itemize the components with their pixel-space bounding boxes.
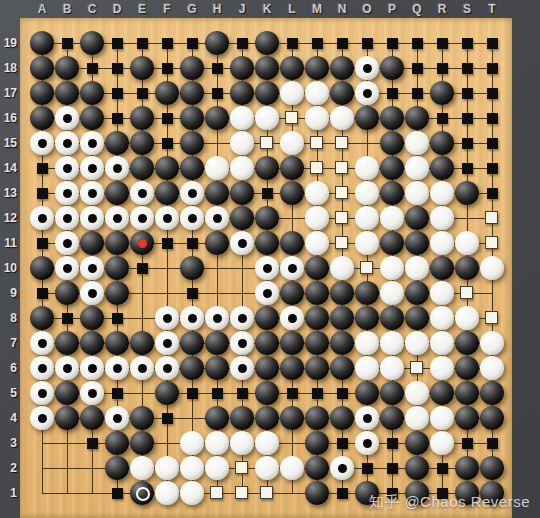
- intersection-H12[interactable]: [205, 206, 230, 231]
- intersection-L10[interactable]: [280, 256, 305, 281]
- intersection-B19[interactable]: [55, 31, 80, 56]
- intersection-B18[interactable]: [55, 56, 80, 81]
- intersection-D1[interactable]: [105, 481, 130, 506]
- intersection-S9[interactable]: [455, 281, 480, 306]
- intersection-G18[interactable]: [180, 56, 205, 81]
- intersection-M12[interactable]: [305, 206, 330, 231]
- intersection-H15[interactable]: [205, 131, 230, 156]
- intersection-D4[interactable]: [105, 406, 130, 431]
- intersection-R16[interactable]: [430, 106, 455, 131]
- intersection-B14[interactable]: [55, 156, 80, 181]
- intersection-J4[interactable]: [230, 406, 255, 431]
- intersection-J6[interactable]: [230, 356, 255, 381]
- intersection-P13[interactable]: [380, 181, 405, 206]
- intersection-H4[interactable]: [205, 406, 230, 431]
- intersection-M16[interactable]: [305, 106, 330, 131]
- intersection-N4[interactable]: [330, 406, 355, 431]
- intersection-C2[interactable]: [80, 456, 105, 481]
- intersection-C10[interactable]: [80, 256, 105, 281]
- intersection-S2[interactable]: [455, 456, 480, 481]
- intersection-N11[interactable]: [330, 231, 355, 256]
- intersection-O5[interactable]: [355, 381, 380, 406]
- intersection-F14[interactable]: [155, 156, 180, 181]
- intersection-M19[interactable]: [305, 31, 330, 56]
- intersection-B7[interactable]: [55, 331, 80, 356]
- intersection-J11[interactable]: [230, 231, 255, 256]
- intersection-Q14[interactable]: [405, 156, 430, 181]
- intersection-M1[interactable]: [305, 481, 330, 506]
- intersection-P12[interactable]: [380, 206, 405, 231]
- intersection-D10[interactable]: [105, 256, 130, 281]
- intersection-R9[interactable]: [430, 281, 455, 306]
- intersection-T16[interactable]: [480, 106, 505, 131]
- intersection-S13[interactable]: [455, 181, 480, 206]
- intersection-T4[interactable]: [480, 406, 505, 431]
- intersection-A12[interactable]: [30, 206, 55, 231]
- intersection-T15[interactable]: [480, 131, 505, 156]
- intersection-J8[interactable]: [230, 306, 255, 331]
- intersection-F5[interactable]: [155, 381, 180, 406]
- intersection-N2[interactable]: [330, 456, 355, 481]
- intersection-T18[interactable]: [480, 56, 505, 81]
- intersection-G9[interactable]: [180, 281, 205, 306]
- intersection-G14[interactable]: [180, 156, 205, 181]
- intersection-N14[interactable]: [330, 156, 355, 181]
- intersection-K9[interactable]: [255, 281, 280, 306]
- intersection-F19[interactable]: [155, 31, 180, 56]
- intersection-T11[interactable]: [480, 231, 505, 256]
- intersection-P7[interactable]: [380, 331, 405, 356]
- intersection-H2[interactable]: [205, 456, 230, 481]
- intersection-O11[interactable]: [355, 231, 380, 256]
- intersection-J3[interactable]: [230, 431, 255, 456]
- intersection-B13[interactable]: [55, 181, 80, 206]
- intersection-H19[interactable]: [205, 31, 230, 56]
- intersection-A10[interactable]: [30, 256, 55, 281]
- intersection-R11[interactable]: [430, 231, 455, 256]
- intersection-M17[interactable]: [305, 81, 330, 106]
- intersection-L11[interactable]: [280, 231, 305, 256]
- intersection-D17[interactable]: [105, 81, 130, 106]
- intersection-L5[interactable]: [280, 381, 305, 406]
- intersection-L18[interactable]: [280, 56, 305, 81]
- intersection-K16[interactable]: [255, 106, 280, 131]
- intersection-M14[interactable]: [305, 156, 330, 181]
- intersection-K15[interactable]: [255, 131, 280, 156]
- intersection-K1[interactable]: [255, 481, 280, 506]
- intersection-M7[interactable]: [305, 331, 330, 356]
- intersection-R3[interactable]: [430, 431, 455, 456]
- intersection-M18[interactable]: [305, 56, 330, 81]
- intersection-H6[interactable]: [205, 356, 230, 381]
- intersection-D9[interactable]: [105, 281, 130, 306]
- intersection-Q12[interactable]: [405, 206, 430, 231]
- intersection-O7[interactable]: [355, 331, 380, 356]
- intersection-Q18[interactable]: [405, 56, 430, 81]
- intersection-M4[interactable]: [305, 406, 330, 431]
- intersection-S7[interactable]: [455, 331, 480, 356]
- intersection-L3[interactable]: [280, 431, 305, 456]
- intersection-Q10[interactable]: [405, 256, 430, 281]
- intersection-Q16[interactable]: [405, 106, 430, 131]
- intersection-K5[interactable]: [255, 381, 280, 406]
- intersection-O12[interactable]: [355, 206, 380, 231]
- intersection-O17[interactable]: [355, 81, 380, 106]
- intersection-H1[interactable]: [205, 481, 230, 506]
- intersection-E11[interactable]: [130, 231, 155, 256]
- intersection-D12[interactable]: [105, 206, 130, 231]
- intersection-E10[interactable]: [130, 256, 155, 281]
- intersection-C13[interactable]: [80, 181, 105, 206]
- intersection-C19[interactable]: [80, 31, 105, 56]
- intersection-E18[interactable]: [130, 56, 155, 81]
- intersection-K4[interactable]: [255, 406, 280, 431]
- intersection-J9[interactable]: [230, 281, 255, 306]
- intersection-Q9[interactable]: [405, 281, 430, 306]
- intersection-H9[interactable]: [205, 281, 230, 306]
- intersection-K13[interactable]: [255, 181, 280, 206]
- intersection-K8[interactable]: [255, 306, 280, 331]
- intersection-D8[interactable]: [105, 306, 130, 331]
- intersection-L8[interactable]: [280, 306, 305, 331]
- intersection-L13[interactable]: [280, 181, 305, 206]
- intersection-G2[interactable]: [180, 456, 205, 481]
- intersection-B6[interactable]: [55, 356, 80, 381]
- intersection-K19[interactable]: [255, 31, 280, 56]
- intersection-F4[interactable]: [155, 406, 180, 431]
- intersection-P16[interactable]: [380, 106, 405, 131]
- intersection-G1[interactable]: [180, 481, 205, 506]
- intersection-R2[interactable]: [430, 456, 455, 481]
- intersection-N19[interactable]: [330, 31, 355, 56]
- intersection-C7[interactable]: [80, 331, 105, 356]
- intersection-A18[interactable]: [30, 56, 55, 81]
- intersection-E19[interactable]: [130, 31, 155, 56]
- intersection-O10[interactable]: [355, 256, 380, 281]
- intersection-C3[interactable]: [80, 431, 105, 456]
- intersection-H3[interactable]: [205, 431, 230, 456]
- intersection-F9[interactable]: [155, 281, 180, 306]
- intersection-C9[interactable]: [80, 281, 105, 306]
- intersection-K2[interactable]: [255, 456, 280, 481]
- intersection-T2[interactable]: [480, 456, 505, 481]
- intersection-S16[interactable]: [455, 106, 480, 131]
- intersection-H7[interactable]: [205, 331, 230, 356]
- intersection-L1[interactable]: [280, 481, 305, 506]
- intersection-A19[interactable]: [30, 31, 55, 56]
- intersection-A5[interactable]: [30, 381, 55, 406]
- intersection-S5[interactable]: [455, 381, 480, 406]
- intersection-F10[interactable]: [155, 256, 180, 281]
- intersection-B2[interactable]: [55, 456, 80, 481]
- intersection-B11[interactable]: [55, 231, 80, 256]
- intersection-H10[interactable]: [205, 256, 230, 281]
- intersection-C5[interactable]: [80, 381, 105, 406]
- intersection-D14[interactable]: [105, 156, 130, 181]
- intersection-N18[interactable]: [330, 56, 355, 81]
- intersection-H16[interactable]: [205, 106, 230, 131]
- intersection-A2[interactable]: [30, 456, 55, 481]
- intersection-C16[interactable]: [80, 106, 105, 131]
- intersection-D19[interactable]: [105, 31, 130, 56]
- intersection-G19[interactable]: [180, 31, 205, 56]
- intersection-R6[interactable]: [430, 356, 455, 381]
- intersection-O15[interactable]: [355, 131, 380, 156]
- intersection-K10[interactable]: [255, 256, 280, 281]
- intersection-K18[interactable]: [255, 56, 280, 81]
- intersection-T8[interactable]: [480, 306, 505, 331]
- intersection-C6[interactable]: [80, 356, 105, 381]
- intersection-Q3[interactable]: [405, 431, 430, 456]
- intersection-L12[interactable]: [280, 206, 305, 231]
- intersection-O8[interactable]: [355, 306, 380, 331]
- intersection-C11[interactable]: [80, 231, 105, 256]
- intersection-G16[interactable]: [180, 106, 205, 131]
- intersection-O4[interactable]: [355, 406, 380, 431]
- intersection-P15[interactable]: [380, 131, 405, 156]
- intersection-C12[interactable]: [80, 206, 105, 231]
- intersection-F8[interactable]: [155, 306, 180, 331]
- intersection-T13[interactable]: [480, 181, 505, 206]
- intersection-B5[interactable]: [55, 381, 80, 406]
- intersection-O3[interactable]: [355, 431, 380, 456]
- intersection-M15[interactable]: [305, 131, 330, 156]
- intersection-N8[interactable]: [330, 306, 355, 331]
- intersection-B12[interactable]: [55, 206, 80, 231]
- intersection-R18[interactable]: [430, 56, 455, 81]
- intersection-D11[interactable]: [105, 231, 130, 256]
- intersection-Q13[interactable]: [405, 181, 430, 206]
- intersection-B8[interactable]: [55, 306, 80, 331]
- intersection-T19[interactable]: [480, 31, 505, 56]
- intersection-R7[interactable]: [430, 331, 455, 356]
- intersection-R15[interactable]: [430, 131, 455, 156]
- intersection-N12[interactable]: [330, 206, 355, 231]
- intersection-C4[interactable]: [80, 406, 105, 431]
- intersection-M13[interactable]: [305, 181, 330, 206]
- intersection-F11[interactable]: [155, 231, 180, 256]
- intersection-H13[interactable]: [205, 181, 230, 206]
- intersection-P11[interactable]: [380, 231, 405, 256]
- intersection-R14[interactable]: [430, 156, 455, 181]
- intersection-J16[interactable]: [230, 106, 255, 131]
- intersection-L7[interactable]: [280, 331, 305, 356]
- intersection-T3[interactable]: [480, 431, 505, 456]
- intersection-A1[interactable]: [30, 481, 55, 506]
- intersection-Q7[interactable]: [405, 331, 430, 356]
- intersection-O13[interactable]: [355, 181, 380, 206]
- intersection-B17[interactable]: [55, 81, 80, 106]
- intersection-A16[interactable]: [30, 106, 55, 131]
- intersection-Q11[interactable]: [405, 231, 430, 256]
- intersection-G10[interactable]: [180, 256, 205, 281]
- intersection-G5[interactable]: [180, 381, 205, 406]
- intersection-H14[interactable]: [205, 156, 230, 181]
- intersection-O18[interactable]: [355, 56, 380, 81]
- intersection-N13[interactable]: [330, 181, 355, 206]
- intersection-Q5[interactable]: [405, 381, 430, 406]
- intersection-P6[interactable]: [380, 356, 405, 381]
- intersection-G15[interactable]: [180, 131, 205, 156]
- intersection-J7[interactable]: [230, 331, 255, 356]
- intersection-S19[interactable]: [455, 31, 480, 56]
- intersection-O9[interactable]: [355, 281, 380, 306]
- intersection-N16[interactable]: [330, 106, 355, 131]
- intersection-J12[interactable]: [230, 206, 255, 231]
- intersection-C17[interactable]: [80, 81, 105, 106]
- intersection-S3[interactable]: [455, 431, 480, 456]
- intersection-J17[interactable]: [230, 81, 255, 106]
- intersection-E4[interactable]: [130, 406, 155, 431]
- intersection-E16[interactable]: [130, 106, 155, 131]
- intersection-A17[interactable]: [30, 81, 55, 106]
- intersection-R5[interactable]: [430, 381, 455, 406]
- intersection-E15[interactable]: [130, 131, 155, 156]
- intersection-A7[interactable]: [30, 331, 55, 356]
- intersection-L14[interactable]: [280, 156, 305, 181]
- intersection-D13[interactable]: [105, 181, 130, 206]
- intersection-T9[interactable]: [480, 281, 505, 306]
- intersection-E9[interactable]: [130, 281, 155, 306]
- intersection-A6[interactable]: [30, 356, 55, 381]
- intersection-B1[interactable]: [55, 481, 80, 506]
- intersection-J19[interactable]: [230, 31, 255, 56]
- intersection-P19[interactable]: [380, 31, 405, 56]
- intersection-Q8[interactable]: [405, 306, 430, 331]
- intersection-P10[interactable]: [380, 256, 405, 281]
- intersection-B3[interactable]: [55, 431, 80, 456]
- intersection-J1[interactable]: [230, 481, 255, 506]
- intersection-G12[interactable]: [180, 206, 205, 231]
- intersection-Q6[interactable]: [405, 356, 430, 381]
- intersection-K11[interactable]: [255, 231, 280, 256]
- intersection-J2[interactable]: [230, 456, 255, 481]
- intersection-P4[interactable]: [380, 406, 405, 431]
- intersection-F12[interactable]: [155, 206, 180, 231]
- intersection-E5[interactable]: [130, 381, 155, 406]
- intersection-D6[interactable]: [105, 356, 130, 381]
- intersection-T6[interactable]: [480, 356, 505, 381]
- intersection-D16[interactable]: [105, 106, 130, 131]
- intersection-S4[interactable]: [455, 406, 480, 431]
- intersection-P14[interactable]: [380, 156, 405, 181]
- intersection-G11[interactable]: [180, 231, 205, 256]
- intersection-A13[interactable]: [30, 181, 55, 206]
- intersection-Q15[interactable]: [405, 131, 430, 156]
- intersection-R13[interactable]: [430, 181, 455, 206]
- intersection-R8[interactable]: [430, 306, 455, 331]
- intersection-C8[interactable]: [80, 306, 105, 331]
- intersection-M2[interactable]: [305, 456, 330, 481]
- intersection-L16[interactable]: [280, 106, 305, 131]
- intersection-J10[interactable]: [230, 256, 255, 281]
- intersection-F16[interactable]: [155, 106, 180, 131]
- intersection-L4[interactable]: [280, 406, 305, 431]
- intersection-T14[interactable]: [480, 156, 505, 181]
- intersection-E13[interactable]: [130, 181, 155, 206]
- intersection-K12[interactable]: [255, 206, 280, 231]
- intersection-O2[interactable]: [355, 456, 380, 481]
- intersection-B15[interactable]: [55, 131, 80, 156]
- intersection-Q19[interactable]: [405, 31, 430, 56]
- intersection-F2[interactable]: [155, 456, 180, 481]
- intersection-P8[interactable]: [380, 306, 405, 331]
- intersection-S6[interactable]: [455, 356, 480, 381]
- intersection-R19[interactable]: [430, 31, 455, 56]
- intersection-B16[interactable]: [55, 106, 80, 131]
- intersection-K3[interactable]: [255, 431, 280, 456]
- intersection-B9[interactable]: [55, 281, 80, 306]
- intersection-N10[interactable]: [330, 256, 355, 281]
- intersection-A15[interactable]: [30, 131, 55, 156]
- intersection-P3[interactable]: [380, 431, 405, 456]
- intersection-P17[interactable]: [380, 81, 405, 106]
- intersection-T10[interactable]: [480, 256, 505, 281]
- intersection-M9[interactable]: [305, 281, 330, 306]
- intersection-D15[interactable]: [105, 131, 130, 156]
- go-board[interactable]: [20, 18, 512, 518]
- intersection-J13[interactable]: [230, 181, 255, 206]
- intersection-P18[interactable]: [380, 56, 405, 81]
- intersection-D5[interactable]: [105, 381, 130, 406]
- intersection-H5[interactable]: [205, 381, 230, 406]
- intersection-M8[interactable]: [305, 306, 330, 331]
- intersection-D7[interactable]: [105, 331, 130, 356]
- intersection-D2[interactable]: [105, 456, 130, 481]
- intersection-J18[interactable]: [230, 56, 255, 81]
- intersection-N15[interactable]: [330, 131, 355, 156]
- intersection-C14[interactable]: [80, 156, 105, 181]
- intersection-S10[interactable]: [455, 256, 480, 281]
- intersection-M11[interactable]: [305, 231, 330, 256]
- intersection-L2[interactable]: [280, 456, 305, 481]
- intersection-S8[interactable]: [455, 306, 480, 331]
- intersection-E2[interactable]: [130, 456, 155, 481]
- intersection-M6[interactable]: [305, 356, 330, 381]
- intersection-J15[interactable]: [230, 131, 255, 156]
- intersection-K17[interactable]: [255, 81, 280, 106]
- intersection-B4[interactable]: [55, 406, 80, 431]
- intersection-L17[interactable]: [280, 81, 305, 106]
- intersection-S17[interactable]: [455, 81, 480, 106]
- intersection-F6[interactable]: [155, 356, 180, 381]
- intersection-T17[interactable]: [480, 81, 505, 106]
- intersection-G7[interactable]: [180, 331, 205, 356]
- intersection-J5[interactable]: [230, 381, 255, 406]
- intersection-H18[interactable]: [205, 56, 230, 81]
- intersection-A3[interactable]: [30, 431, 55, 456]
- intersection-G8[interactable]: [180, 306, 205, 331]
- intersection-J14[interactable]: [230, 156, 255, 181]
- intersection-E12[interactable]: [130, 206, 155, 231]
- intersection-S15[interactable]: [455, 131, 480, 156]
- intersection-D18[interactable]: [105, 56, 130, 81]
- intersection-N5[interactable]: [330, 381, 355, 406]
- intersection-S18[interactable]: [455, 56, 480, 81]
- intersection-O14[interactable]: [355, 156, 380, 181]
- intersection-O16[interactable]: [355, 106, 380, 131]
- intersection-C1[interactable]: [80, 481, 105, 506]
- intersection-T12[interactable]: [480, 206, 505, 231]
- intersection-A11[interactable]: [30, 231, 55, 256]
- intersection-F7[interactable]: [155, 331, 180, 356]
- intersection-F17[interactable]: [155, 81, 180, 106]
- intersection-N1[interactable]: [330, 481, 355, 506]
- intersection-T7[interactable]: [480, 331, 505, 356]
- intersection-G13[interactable]: [180, 181, 205, 206]
- intersection-L9[interactable]: [280, 281, 305, 306]
- intersection-F18[interactable]: [155, 56, 180, 81]
